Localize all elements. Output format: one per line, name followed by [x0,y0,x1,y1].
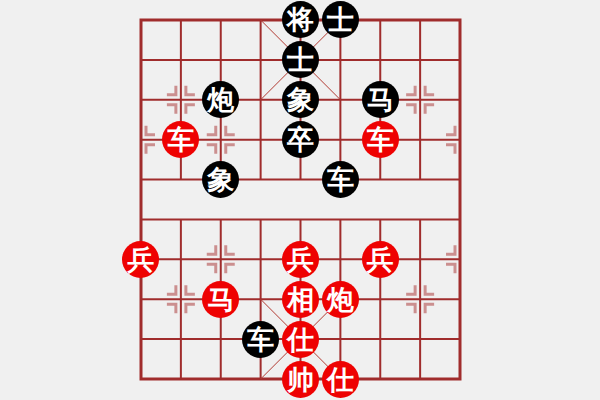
board-point: 车 [320,160,360,200]
red-horse[interactable]: 马 [202,281,239,318]
black-chariot[interactable]: 车 [242,321,279,358]
xiangqi-board-screen: 将士士炮象马车卒车象车兵兵兵马相炮车仕帅仕 [0,0,600,400]
black-advisor[interactable]: 士 [282,41,319,78]
board-point: 仕 [320,359,360,399]
black-chariot[interactable]: 车 [322,161,359,198]
board-point: 炮 [320,279,360,319]
board-point: 兵 [360,239,400,279]
black-elephant[interactable]: 象 [202,161,239,198]
board-point: 士 [281,40,321,80]
board-point: 车 [241,319,281,359]
board-point: 兵 [281,239,321,279]
red-pawn[interactable]: 兵 [362,241,399,278]
board-point: 马 [360,80,400,120]
black-elephant[interactable]: 象 [282,81,319,118]
red-advisor[interactable]: 仕 [322,361,359,398]
board-point: 帅 [281,359,321,399]
black-general[interactable]: 将 [282,1,319,38]
board-point: 仕 [281,319,321,359]
red-advisor[interactable]: 仕 [282,321,319,358]
board-point: 相 [281,279,321,319]
black-pawn[interactable]: 卒 [282,121,319,158]
red-pawn[interactable]: 兵 [122,241,159,278]
black-horse[interactable]: 马 [362,81,399,118]
board-point: 兵 [121,239,161,279]
board-point: 炮 [201,80,241,120]
board-point: 车 [161,120,201,160]
board-point: 卒 [281,120,321,160]
black-advisor[interactable]: 士 [322,1,359,38]
board-point: 将 [281,0,321,40]
red-elephant[interactable]: 相 [282,281,319,318]
red-pawn[interactable]: 兵 [282,241,319,278]
board-point: 马 [201,279,241,319]
board-point: 车 [360,120,400,160]
board-point: 象 [281,80,321,120]
red-chariot[interactable]: 车 [362,121,399,158]
board-point: 象 [201,160,241,200]
red-chariot[interactable]: 车 [162,121,199,158]
board-point: 士 [320,0,360,40]
black-cannon[interactable]: 炮 [202,81,239,118]
xiangqi-board[interactable]: 将士士炮象马车卒车象车兵兵兵马相炮车仕帅仕 [121,0,480,399]
red-general[interactable]: 帅 [282,361,319,398]
red-cannon[interactable]: 炮 [322,281,359,318]
